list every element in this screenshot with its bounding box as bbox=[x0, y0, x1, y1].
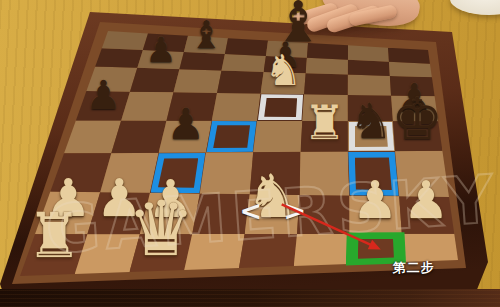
square-f7[interactable] bbox=[306, 58, 348, 75]
square-a7[interactable] bbox=[95, 48, 143, 68]
highlight-suggested-move-inner-g1 bbox=[358, 239, 394, 259]
piece-white-knight-e6[interactable]: ♞ bbox=[265, 51, 303, 93]
highlight-last-move-from-inner-e5 bbox=[264, 98, 297, 117]
piece-black-pawn-a5[interactable]: ♟ bbox=[85, 75, 121, 115]
square-g7[interactable] bbox=[348, 60, 390, 76]
piece-black-knight-g4[interactable]: ♞ bbox=[349, 98, 393, 147]
square-a8[interactable] bbox=[102, 31, 148, 50]
square-d8[interactable] bbox=[225, 38, 268, 56]
square-f1[interactable] bbox=[294, 234, 350, 266]
square-e4[interactable] bbox=[253, 121, 302, 152]
square-h1[interactable] bbox=[402, 234, 458, 262]
square-b6[interactable] bbox=[130, 68, 179, 92]
square-c6[interactable] bbox=[173, 69, 221, 93]
square-d5[interactable] bbox=[212, 93, 261, 121]
piece-black-bishop-c8[interactable]: ♝ bbox=[189, 16, 223, 54]
chess-game-scene: ♜♛♟♟♟♞<>♟♟♜♞♟♞♚♟♟♟♟♝ ♝ GAMERSKY 第二步 bbox=[0, 0, 500, 307]
piece-black-king-h4[interactable]: ♚ bbox=[391, 90, 443, 148]
piece-white-pawn-h2[interactable]: ♟ bbox=[403, 174, 450, 226]
square-e1[interactable] bbox=[239, 234, 297, 268]
square-f6[interactable] bbox=[304, 73, 348, 95]
piece-white-rook-a1[interactable]: ♜ bbox=[26, 205, 82, 267]
square-h8[interactable] bbox=[388, 48, 430, 64]
square-d6[interactable] bbox=[217, 71, 264, 94]
piece-white-pawn-g2[interactable]: ♟ bbox=[352, 174, 399, 226]
piece-white-queen-c1[interactable]: ♛ bbox=[127, 191, 195, 267]
square-d7[interactable] bbox=[221, 54, 265, 72]
piece-white-rook-f4[interactable]: ♜ bbox=[303, 99, 345, 146]
selection-marker-left: < bbox=[239, 197, 262, 224]
square-f3[interactable] bbox=[300, 151, 350, 195]
square-g8[interactable] bbox=[348, 45, 389, 61]
step-label: 第二步 bbox=[393, 259, 435, 277]
highlight-legal-move-inner-d4 bbox=[213, 125, 250, 148]
piece-black-pawn-c4[interactable]: ♟ bbox=[166, 103, 205, 146]
piece-black-pawn-b7[interactable]: ♟ bbox=[145, 33, 176, 68]
square-g6[interactable] bbox=[348, 75, 392, 96]
foreground-table-shadow bbox=[0, 289, 500, 307]
held-piece-black-bishop[interactable]: ♝ bbox=[273, 0, 323, 50]
selection-marker-right: > bbox=[283, 197, 306, 224]
